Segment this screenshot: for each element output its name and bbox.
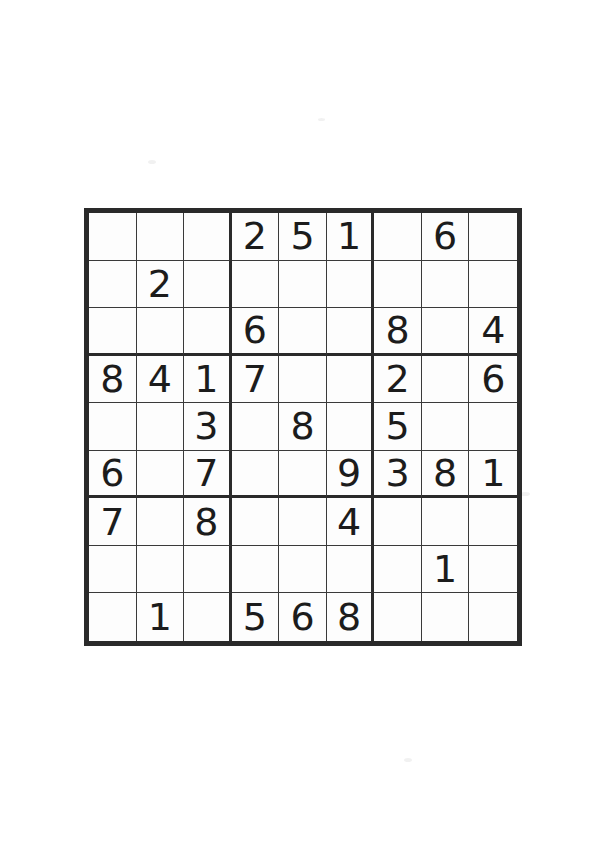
- sudoku-cell-empty[interactable]: [279, 451, 327, 499]
- sudoku-cell-given: 1: [137, 593, 185, 641]
- scan-artifact: [148, 160, 156, 164]
- sudoku-cell-given: 9: [327, 451, 375, 499]
- sudoku-board: 2516268484172638567938178411568: [84, 208, 522, 646]
- sudoku-cell-empty[interactable]: [422, 403, 470, 451]
- sudoku-cell-given: 4: [137, 356, 185, 404]
- sudoku-cell-empty[interactable]: [232, 498, 280, 546]
- sudoku-cell-empty[interactable]: [469, 593, 517, 641]
- sudoku-cell-empty[interactable]: [327, 308, 375, 356]
- sudoku-cell-given: 6: [279, 593, 327, 641]
- sudoku-cell-empty[interactable]: [422, 261, 470, 309]
- sudoku-cell-empty[interactable]: [374, 213, 422, 261]
- sudoku-cell-empty[interactable]: [327, 261, 375, 309]
- sudoku-cell-empty[interactable]: [279, 546, 327, 594]
- sudoku-cell-empty[interactable]: [137, 403, 185, 451]
- sudoku-cell-given: 1: [422, 546, 470, 594]
- sudoku-cell-given: 1: [327, 213, 375, 261]
- sudoku-cell-empty[interactable]: [232, 546, 280, 594]
- sudoku-cell-given: 8: [327, 593, 375, 641]
- sudoku-cell-given: 2: [232, 213, 280, 261]
- sudoku-cell-empty[interactable]: [374, 593, 422, 641]
- sudoku-cell-empty[interactable]: [137, 308, 185, 356]
- sudoku-cell-given: 7: [184, 451, 232, 499]
- sudoku-cell-empty[interactable]: [469, 546, 517, 594]
- sudoku-cell-empty[interactable]: [232, 451, 280, 499]
- sudoku-cell-empty[interactable]: [327, 546, 375, 594]
- sudoku-cell-given: 4: [327, 498, 375, 546]
- sudoku-cell-empty[interactable]: [279, 308, 327, 356]
- sudoku-cell-empty[interactable]: [374, 498, 422, 546]
- sudoku-cell-given: 3: [374, 451, 422, 499]
- sudoku-cell-empty[interactable]: [422, 593, 470, 641]
- sudoku-cell-empty[interactable]: [469, 403, 517, 451]
- sudoku-cell-empty[interactable]: [279, 498, 327, 546]
- sudoku-cell-empty[interactable]: [89, 261, 137, 309]
- sudoku-cell-empty[interactable]: [89, 308, 137, 356]
- sudoku-cell-given: 6: [422, 213, 470, 261]
- sudoku-cell-given: 8: [422, 451, 470, 499]
- scan-artifact: [404, 758, 412, 762]
- sudoku-cell-given: 5: [279, 213, 327, 261]
- sudoku-cell-empty[interactable]: [469, 213, 517, 261]
- sudoku-cell-empty[interactable]: [279, 261, 327, 309]
- sudoku-cell-given: 8: [279, 403, 327, 451]
- sudoku-cell-given: 6: [89, 451, 137, 499]
- sudoku-cell-empty[interactable]: [89, 546, 137, 594]
- sudoku-cell-empty[interactable]: [279, 356, 327, 404]
- sudoku-cell-given: 3: [184, 403, 232, 451]
- sudoku-cell-empty[interactable]: [422, 356, 470, 404]
- sudoku-cell-given: 6: [232, 308, 280, 356]
- sudoku-cell-empty[interactable]: [469, 261, 517, 309]
- sudoku-cell-given: 8: [89, 356, 137, 404]
- sudoku-cell-empty[interactable]: [184, 308, 232, 356]
- scanned-puzzle-page: 2516268484172638567938178411568: [0, 0, 600, 850]
- sudoku-cell-given: 5: [232, 593, 280, 641]
- sudoku-cell-empty[interactable]: [137, 498, 185, 546]
- sudoku-cell-empty[interactable]: [469, 498, 517, 546]
- sudoku-cell-empty[interactable]: [89, 593, 137, 641]
- sudoku-cell-empty[interactable]: [232, 261, 280, 309]
- sudoku-cell-empty[interactable]: [422, 308, 470, 356]
- sudoku-cell-given: 4: [469, 308, 517, 356]
- sudoku-cell-given: 2: [374, 356, 422, 404]
- sudoku-cell-given: 7: [89, 498, 137, 546]
- scan-artifact: [318, 118, 325, 121]
- sudoku-cell-empty[interactable]: [137, 213, 185, 261]
- sudoku-cell-given: 6: [469, 356, 517, 404]
- sudoku-cell-empty[interactable]: [89, 403, 137, 451]
- sudoku-cell-given: 7: [232, 356, 280, 404]
- sudoku-cell-empty[interactable]: [184, 546, 232, 594]
- sudoku-cell-given: 2: [137, 261, 185, 309]
- sudoku-cell-empty[interactable]: [184, 213, 232, 261]
- sudoku-cell-given: 1: [469, 451, 517, 499]
- sudoku-cell-given: 8: [184, 498, 232, 546]
- sudoku-cell-empty[interactable]: [327, 403, 375, 451]
- sudoku-cell-empty[interactable]: [374, 546, 422, 594]
- sudoku-cell-empty[interactable]: [137, 546, 185, 594]
- sudoku-cell-given: 1: [184, 356, 232, 404]
- sudoku-cell-given: 8: [374, 308, 422, 356]
- sudoku-cell-empty[interactable]: [184, 593, 232, 641]
- sudoku-cell-empty[interactable]: [327, 356, 375, 404]
- sudoku-cell-empty[interactable]: [89, 213, 137, 261]
- sudoku-cell-empty[interactable]: [374, 261, 422, 309]
- sudoku-cell-empty[interactable]: [184, 261, 232, 309]
- sudoku-cell-empty[interactable]: [232, 403, 280, 451]
- sudoku-cell-empty[interactable]: [422, 498, 470, 546]
- sudoku-cell-given: 5: [374, 403, 422, 451]
- sudoku-cell-empty[interactable]: [137, 451, 185, 499]
